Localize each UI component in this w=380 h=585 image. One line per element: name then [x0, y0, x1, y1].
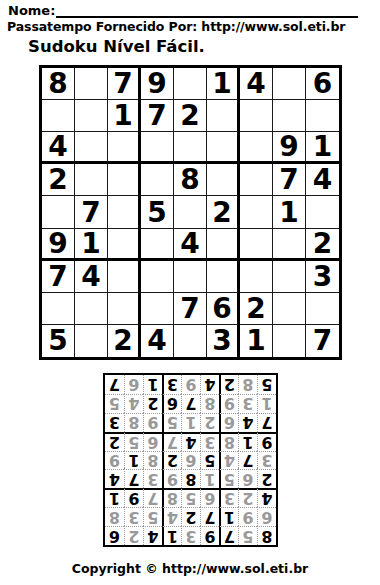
solution-cell-r8c7: 2 [143, 394, 162, 413]
solution-cell-r5c3: 4 [219, 451, 238, 470]
puzzle-cell-r6c6[interactable] [207, 229, 240, 261]
puzzle-cell-r2c6[interactable] [207, 100, 240, 132]
puzzle-cell-r6c3[interactable] [108, 229, 141, 261]
puzzle-cell-r7c7[interactable] [240, 261, 273, 293]
solution-cell-r3c1: 4 [257, 488, 276, 507]
puzzle-cell-r8c1[interactable] [42, 293, 75, 325]
puzzle-cell-r5c6: 2 [207, 196, 240, 228]
solution-cell-r4c4: 1 [200, 469, 219, 488]
solution-cell-r3c9: 1 [105, 488, 124, 507]
puzzle-cell-r8c3[interactable] [108, 293, 141, 325]
puzzle-cell-r3c8: 9 [273, 132, 306, 164]
solution-cell-r8c2: 3 [238, 394, 257, 413]
solution-cell-r3c3: 3 [219, 488, 238, 507]
puzzle-cell-r7c5[interactable] [174, 261, 207, 293]
puzzle-cell-r8c9[interactable] [306, 293, 339, 325]
puzzle-cell-r5c8: 1 [273, 196, 306, 228]
puzzle-cell-r5c4: 5 [141, 196, 174, 228]
solution-cell-r6c6: 7 [162, 432, 181, 451]
solution-cell-r5c5: 6 [181, 451, 200, 470]
puzzle-cell-r6c2: 1 [75, 229, 108, 261]
solution-cell-r3c7: 7 [143, 488, 162, 507]
solution-cell-r9c7: 1 [143, 375, 162, 394]
solution-cell-r8c8: 4 [124, 394, 143, 413]
solution-cell-r2c4: 7 [200, 507, 219, 526]
puzzle-cell-r3c1: 4 [42, 132, 75, 164]
puzzle-cell-r6c9: 2 [306, 229, 339, 261]
solution-cell-r4c6: 9 [162, 469, 181, 488]
solution-cell-r5c1: 3 [257, 451, 276, 470]
solution-cell-r2c2: 9 [238, 507, 257, 526]
puzzle-cell-r3c6[interactable] [207, 132, 240, 164]
puzzle-cell-r9c9: 7 [306, 325, 339, 357]
solution-cell-r4c5: 8 [181, 469, 200, 488]
solution-cell-r1c7: 4 [143, 526, 162, 545]
sudoku-worksheet-page: Nome: Passatempo Fornecido Por: http://w… [0, 0, 380, 585]
solution-cell-r9c2: 8 [238, 375, 257, 394]
solution-cell-r9c6: 3 [162, 375, 181, 394]
puzzle-cell-r8c6: 6 [207, 293, 240, 325]
solution-cell-r5c2: 7 [238, 451, 257, 470]
solution-cell-r7c8: 8 [124, 413, 143, 432]
solution-cell-r6c3: 8 [219, 432, 238, 451]
puzzle-cell-r4c6[interactable] [207, 164, 240, 196]
name-input-line[interactable] [56, 2, 358, 18]
solution-cell-r3c5: 5 [181, 488, 200, 507]
puzzle-cell-r9c5[interactable] [174, 325, 207, 357]
puzzle-cell-r4c8: 7 [273, 164, 306, 196]
solution-cell-r2c3: 1 [219, 507, 238, 526]
puzzle-cell-r2c2[interactable] [75, 100, 108, 132]
puzzle-cell-r1c3: 7 [108, 68, 141, 100]
puzzle-cell-r5c3[interactable] [108, 196, 141, 228]
solution-cell-r7c9: 3 [105, 413, 124, 432]
puzzle-cell-r9c2[interactable] [75, 325, 108, 357]
puzzle-cell-r8c5: 7 [174, 293, 207, 325]
puzzle-cell-r4c1: 2 [42, 164, 75, 196]
puzzle-cell-r5c7[interactable] [240, 196, 273, 228]
puzzle-cell-r7c3[interactable] [108, 261, 141, 293]
sudoku-puzzle-grid: 879146172491287475219142743762524317 [39, 65, 342, 360]
solution-cell-r7c5: 1 [181, 413, 200, 432]
solution-cell-r4c3: 5 [219, 469, 238, 488]
solution-cell-r9c8: 6 [124, 375, 143, 394]
puzzle-cell-r2c1[interactable] [42, 100, 75, 132]
solution-cell-r1c1: 8 [257, 526, 276, 545]
puzzle-cell-r4c9: 4 [306, 164, 339, 196]
solution-cell-r6c7: 6 [143, 432, 162, 451]
page-title: Sudoku Nível Fácil. [28, 37, 205, 56]
puzzle-cell-r9c7: 1 [240, 325, 273, 357]
solution-cell-r6c9: 2 [105, 432, 124, 451]
solution-cell-r1c5: 3 [181, 526, 200, 545]
solution-cell-r1c4: 9 [200, 526, 219, 545]
puzzle-cell-r7c8[interactable] [273, 261, 306, 293]
solution-cell-r1c3: 7 [219, 526, 238, 545]
puzzle-cell-r7c6[interactable] [207, 261, 240, 293]
solution-cell-r7c7: 9 [143, 413, 162, 432]
puzzle-cell-r4c4[interactable] [141, 164, 174, 196]
puzzle-cell-r7c2: 4 [75, 261, 108, 293]
provider-line: Passatempo Fornecido Por: http://www.sol… [7, 19, 379, 35]
puzzle-cell-r7c1: 7 [42, 261, 75, 293]
puzzle-cell-r1c6: 1 [207, 68, 240, 100]
puzzle-cell-r1c7: 4 [240, 68, 273, 100]
solution-cell-r9c9: 7 [105, 375, 124, 394]
solution-cell-r5c8: 1 [124, 451, 143, 470]
solution-cell-r2c8: 3 [124, 507, 143, 526]
solution-cell-r7c4: 2 [200, 413, 219, 432]
solution-cell-r4c9: 4 [105, 469, 124, 488]
puzzle-cell-r7c9: 3 [306, 261, 339, 293]
puzzle-cell-r2c7[interactable] [240, 100, 273, 132]
solution-cell-r6c4: 3 [200, 432, 219, 451]
solution-cell-r1c2: 5 [238, 526, 257, 545]
puzzle-cell-r3c9: 1 [306, 132, 339, 164]
solution-cell-r5c6: 2 [162, 451, 181, 470]
puzzle-cell-r9c1: 5 [42, 325, 75, 357]
puzzle-cell-r4c5: 8 [174, 164, 207, 196]
solution-cell-r1c6: 1 [162, 526, 181, 545]
puzzle-cell-r4c7[interactable] [240, 164, 273, 196]
solution-cell-r4c8: 7 [124, 469, 143, 488]
puzzle-cell-r3c7[interactable] [240, 132, 273, 164]
puzzle-cell-r2c9[interactable] [306, 100, 339, 132]
solution-cell-r2c6: 4 [162, 507, 181, 526]
solution-cell-r1c9: 6 [105, 526, 124, 545]
solution-cell-r2c9: 8 [105, 507, 124, 526]
puzzle-cell-r9c6: 3 [207, 325, 240, 357]
solution-cell-r3c8: 9 [124, 488, 143, 507]
solution-cell-r5c9: 9 [105, 451, 124, 470]
solution-cell-r9c4: 4 [200, 375, 219, 394]
puzzle-cell-r5c1[interactable] [42, 196, 75, 228]
puzzle-cell-r5c9[interactable] [306, 196, 339, 228]
copyright-text: Copyright © http://www.sol.eti.br [0, 561, 380, 576]
puzzle-cell-r1c4: 9 [141, 68, 174, 100]
solution-cell-r9c3: 2 [219, 375, 238, 394]
solution-cell-r7c1: 7 [257, 413, 276, 432]
puzzle-cell-r8c2[interactable] [75, 293, 108, 325]
solution-cell-r4c1: 2 [257, 469, 276, 488]
puzzle-cell-r1c8[interactable] [273, 68, 306, 100]
puzzle-cell-r3c2[interactable] [75, 132, 108, 164]
puzzle-cell-r9c3: 2 [108, 325, 141, 357]
solution-cell-r6c8: 5 [124, 432, 143, 451]
solution-cell-r2c1: 6 [257, 507, 276, 526]
puzzle-cell-r1c2[interactable] [75, 68, 108, 100]
solution-cell-r8c9: 5 [105, 394, 124, 413]
puzzle-cell-r1c9: 6 [306, 68, 339, 100]
solution-cell-r4c7: 3 [143, 469, 162, 488]
solution-cell-r4c2: 6 [238, 469, 257, 488]
puzzle-cell-r1c5[interactable] [174, 68, 207, 100]
name-row: Nome: [8, 2, 358, 18]
puzzle-cell-r9c4: 4 [141, 325, 174, 357]
solution-cell-r6c1: 9 [257, 432, 276, 451]
sudoku-solution-grid-rotated: 8579314266917245384236587912651893743745… [103, 373, 278, 547]
puzzle-cell-r5c2: 7 [75, 196, 108, 228]
puzzle-cell-r5c5[interactable] [174, 196, 207, 228]
puzzle-cell-r6c5: 4 [174, 229, 207, 261]
solution-cell-r1c8: 2 [124, 526, 143, 545]
solution-cell-r6c5: 4 [181, 432, 200, 451]
puzzle-cell-r7c4[interactable] [141, 261, 174, 293]
solution-cell-r3c6: 8 [162, 488, 181, 507]
name-label: Nome: [8, 3, 55, 18]
solution-cell-r8c6: 6 [162, 394, 181, 413]
solution-cell-r8c1: 1 [257, 394, 276, 413]
puzzle-cell-r3c3[interactable] [108, 132, 141, 164]
solution-cell-r5c7: 8 [143, 451, 162, 470]
solution-cell-r3c4: 6 [200, 488, 219, 507]
puzzle-cell-r2c3: 1 [108, 100, 141, 132]
solution-cell-r7c3: 6 [219, 413, 238, 432]
solution-cell-r9c1: 5 [257, 375, 276, 394]
puzzle-cell-r8c4[interactable] [141, 293, 174, 325]
solution-cell-r5c4: 5 [200, 451, 219, 470]
puzzle-cell-r6c1: 9 [42, 229, 75, 261]
solution-cell-r7c2: 4 [238, 413, 257, 432]
puzzle-cell-r8c8[interactable] [273, 293, 306, 325]
puzzle-cell-r1c1: 8 [42, 68, 75, 100]
solution-cell-r7c6: 5 [162, 413, 181, 432]
solution-cell-r8c4: 8 [200, 394, 219, 413]
puzzle-cell-r2c4: 7 [141, 100, 174, 132]
puzzle-cell-r3c4[interactable] [141, 132, 174, 164]
solution-cell-r9c5: 9 [181, 375, 200, 394]
solution-cell-r8c3: 9 [219, 394, 238, 413]
puzzle-cell-r2c5: 2 [174, 100, 207, 132]
puzzle-cell-r6c7[interactable] [240, 229, 273, 261]
solution-cell-r8c5: 7 [181, 394, 200, 413]
puzzle-cell-r2c8[interactable] [273, 100, 306, 132]
puzzle-cell-r4c2[interactable] [75, 164, 108, 196]
puzzle-cell-r6c4[interactable] [141, 229, 174, 261]
solution-cell-r3c2: 2 [238, 488, 257, 507]
puzzle-cell-r3c5[interactable] [174, 132, 207, 164]
solution-cell-r6c2: 1 [238, 432, 257, 451]
puzzle-cell-r8c7: 2 [240, 293, 273, 325]
puzzle-cell-r9c8[interactable] [273, 325, 306, 357]
puzzle-cell-r6c8[interactable] [273, 229, 306, 261]
puzzle-cell-r4c3[interactable] [108, 164, 141, 196]
solution-cell-r2c5: 2 [181, 507, 200, 526]
solution-cell-r2c7: 5 [143, 507, 162, 526]
